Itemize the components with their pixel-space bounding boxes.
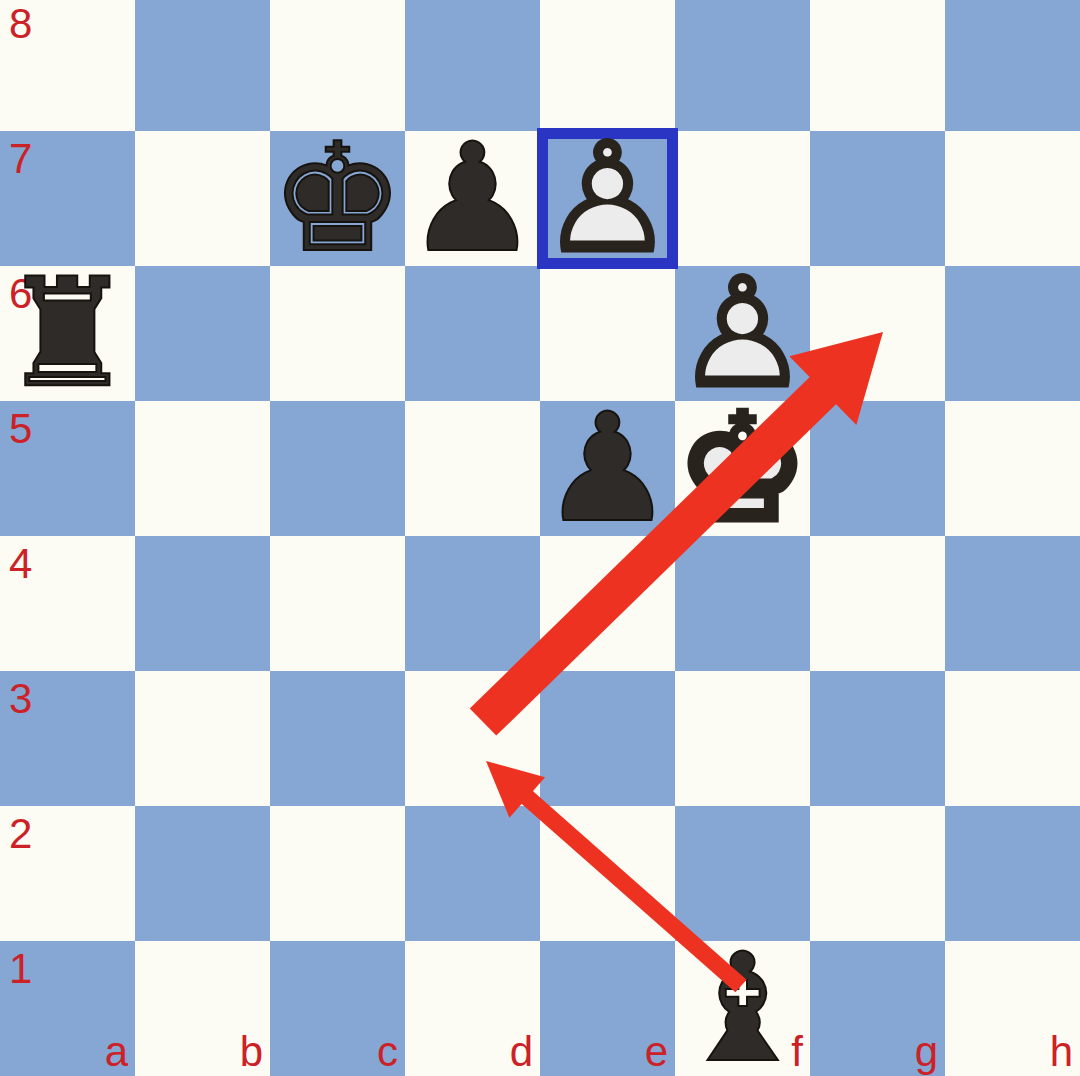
black-bishop-icon: ♝	[675, 941, 810, 1076]
pieces-layer: ♚♟♟♙♜♟♙♟♚♔♝	[0, 0, 1080, 1076]
black-rook-icon: ♜	[0, 266, 135, 401]
black-rook-a6[interactable]: ♜	[0, 266, 135, 401]
black-pawn-d7[interactable]: ♟	[405, 131, 540, 266]
black-king-c7[interactable]: ♚	[270, 131, 405, 266]
black-pawn-e5[interactable]: ♟	[540, 401, 675, 536]
board-grid: 87654321abcdefgh♚♟♟♙♜♟♙♟♚♔♝	[0, 0, 1080, 1076]
black-pawn-icon: ♟	[405, 131, 540, 266]
black-bishop-f1[interactable]: ♝	[675, 941, 810, 1076]
white-king-f5[interactable]: ♚♔	[675, 401, 810, 536]
pawn-outline-icon: ♙	[540, 131, 675, 266]
black-king-icon: ♚	[270, 131, 405, 266]
white-pawn-e7[interactable]: ♟♙	[540, 131, 675, 266]
black-pawn-icon: ♟	[540, 401, 675, 536]
king-outline-icon: ♔	[675, 401, 810, 536]
chessboard: 87654321abcdefgh♚♟♟♙♜♟♙♟♚♔♝	[0, 0, 1080, 1076]
